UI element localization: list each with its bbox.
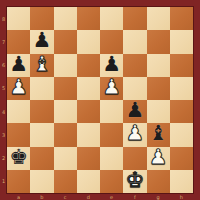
square-f7[interactable] <box>123 30 146 53</box>
file-label-b: b <box>30 193 53 200</box>
rank-label-3: 3 <box>0 123 7 146</box>
chess-board-window: ♟♟♝♟♟♟♟♟♝♚♟♚ 87654321 abcdefgh <box>0 0 200 200</box>
square-h4[interactable] <box>170 100 193 123</box>
square-a1[interactable] <box>7 170 30 193</box>
square-g3[interactable]: ♝ <box>147 123 170 146</box>
piece-white-pawn[interactable]: ♟ <box>125 123 144 144</box>
file-label-g: g <box>147 193 170 200</box>
square-e2[interactable] <box>100 147 123 170</box>
square-e1[interactable] <box>100 170 123 193</box>
square-g1[interactable] <box>147 170 170 193</box>
square-f3[interactable]: ♟ <box>123 123 146 146</box>
piece-black-pawn[interactable]: ♟ <box>125 100 144 121</box>
square-b2[interactable] <box>30 147 53 170</box>
piece-black-pawn[interactable]: ♟ <box>102 54 121 75</box>
rank-label-6: 6 <box>0 54 7 77</box>
chess-board: ♟♟♝♟♟♟♟♟♝♚♟♚ <box>7 7 193 193</box>
square-a5[interactable]: ♟ <box>7 77 30 100</box>
square-b6[interactable]: ♝ <box>30 54 53 77</box>
piece-black-king[interactable]: ♚ <box>9 147 28 168</box>
square-d2[interactable] <box>77 147 100 170</box>
file-label-f: f <box>123 193 146 200</box>
square-a7[interactable] <box>7 30 30 53</box>
square-c8[interactable] <box>54 7 77 30</box>
square-h8[interactable] <box>170 7 193 30</box>
square-c4[interactable] <box>54 100 77 123</box>
piece-white-king[interactable]: ♚ <box>125 170 144 191</box>
file-label-d: d <box>77 193 100 200</box>
square-c1[interactable] <box>54 170 77 193</box>
square-e4[interactable] <box>100 100 123 123</box>
square-a8[interactable] <box>7 7 30 30</box>
piece-black-pawn[interactable]: ♟ <box>9 54 28 75</box>
square-e6[interactable]: ♟ <box>100 54 123 77</box>
square-d8[interactable] <box>77 7 100 30</box>
square-d7[interactable] <box>77 30 100 53</box>
rank-label-4: 4 <box>0 100 7 123</box>
rank-label-7: 7 <box>0 30 7 53</box>
piece-black-pawn[interactable]: ♟ <box>32 30 51 51</box>
piece-white-pawn[interactable]: ♟ <box>102 77 121 98</box>
square-a3[interactable] <box>7 123 30 146</box>
piece-black-bishop[interactable]: ♝ <box>149 123 168 144</box>
square-d5[interactable] <box>77 77 100 100</box>
square-e7[interactable] <box>100 30 123 53</box>
square-h7[interactable] <box>170 30 193 53</box>
square-h5[interactable] <box>170 77 193 100</box>
square-e3[interactable] <box>100 123 123 146</box>
file-label-a: a <box>7 193 30 200</box>
square-c6[interactable] <box>54 54 77 77</box>
square-a6[interactable]: ♟ <box>7 54 30 77</box>
square-f8[interactable] <box>123 7 146 30</box>
square-e5[interactable]: ♟ <box>100 77 123 100</box>
square-b7[interactable]: ♟ <box>30 30 53 53</box>
rank-label-2: 2 <box>0 147 7 170</box>
piece-white-pawn[interactable]: ♟ <box>9 77 28 98</box>
square-f2[interactable] <box>123 147 146 170</box>
square-g2[interactable]: ♟ <box>147 147 170 170</box>
file-label-e: e <box>100 193 123 200</box>
square-g7[interactable] <box>147 30 170 53</box>
square-c2[interactable] <box>54 147 77 170</box>
square-h2[interactable] <box>170 147 193 170</box>
rank-labels: 87654321 <box>0 7 7 193</box>
square-b8[interactable] <box>30 7 53 30</box>
square-h1[interactable] <box>170 170 193 193</box>
square-d6[interactable] <box>77 54 100 77</box>
square-a2[interactable]: ♚ <box>7 147 30 170</box>
rank-label-8: 8 <box>0 7 7 30</box>
square-d3[interactable] <box>77 123 100 146</box>
square-g5[interactable] <box>147 77 170 100</box>
rank-label-1: 1 <box>0 170 7 193</box>
square-b5[interactable] <box>30 77 53 100</box>
piece-white-bishop[interactable]: ♝ <box>32 54 51 75</box>
file-label-h: h <box>170 193 193 200</box>
square-f5[interactable] <box>123 77 146 100</box>
square-c7[interactable] <box>54 30 77 53</box>
rank-label-5: 5 <box>0 77 7 100</box>
square-f6[interactable] <box>123 54 146 77</box>
square-c5[interactable] <box>54 77 77 100</box>
file-label-c: c <box>54 193 77 200</box>
square-e8[interactable] <box>100 7 123 30</box>
square-f4[interactable]: ♟ <box>123 100 146 123</box>
square-g6[interactable] <box>147 54 170 77</box>
square-b3[interactable] <box>30 123 53 146</box>
square-d1[interactable] <box>77 170 100 193</box>
square-g4[interactable] <box>147 100 170 123</box>
square-f1[interactable]: ♚ <box>123 170 146 193</box>
square-g8[interactable] <box>147 7 170 30</box>
square-a4[interactable] <box>7 100 30 123</box>
square-c3[interactable] <box>54 123 77 146</box>
square-b4[interactable] <box>30 100 53 123</box>
square-h6[interactable] <box>170 54 193 77</box>
square-d4[interactable] <box>77 100 100 123</box>
piece-white-pawn[interactable]: ♟ <box>149 147 168 168</box>
square-b1[interactable] <box>30 170 53 193</box>
square-h3[interactable] <box>170 123 193 146</box>
file-labels: abcdefgh <box>7 193 193 200</box>
